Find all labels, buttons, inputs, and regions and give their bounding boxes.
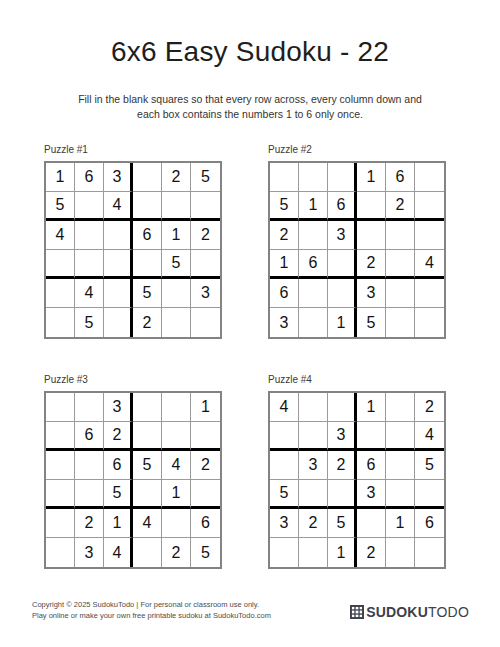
- puzzle-3-cell-r6c2: 3: [75, 538, 104, 567]
- puzzle-4-cell-r5c6: 6: [415, 509, 444, 538]
- puzzle-1-label: Puzzle #1: [44, 144, 222, 155]
- puzzle-4-cell-r1c2: [299, 393, 328, 422]
- puzzle-1-cell-r1c3: 3: [104, 163, 133, 192]
- puzzle-2-cell-r2c1: 5: [270, 192, 299, 221]
- puzzle-1-cell-r6c6: [191, 308, 220, 337]
- instructions-line-2: each box contains the numbers 1 to 6 onl…: [137, 108, 363, 120]
- instructions: Fill in the blank squares so that every …: [0, 92, 500, 122]
- puzzle-1: Puzzle #116325544612545352: [44, 144, 222, 339]
- puzzle-4-cell-r1c1: 4: [270, 393, 299, 422]
- puzzle-3-cell-r4c5: 1: [162, 480, 191, 509]
- puzzle-4-cell-r1c5: [386, 393, 415, 422]
- puzzle-4-cell-r6c1: [270, 538, 299, 567]
- puzzle-1-cell-r2c6: [191, 192, 220, 221]
- puzzle-4-cell-r6c6: [415, 538, 444, 567]
- puzzle-1-cell-r4c3: [104, 250, 133, 279]
- puzzle-2-cell-r3c4: [357, 221, 386, 250]
- puzzle-1-cell-r2c2: [75, 192, 104, 221]
- puzzle-3-cell-r6c1: [46, 538, 75, 567]
- puzzle-2-cell-r5c1: 6: [270, 279, 299, 308]
- puzzle-4-cell-r1c4: 1: [357, 393, 386, 422]
- puzzle-1-cell-r1c4: [133, 163, 162, 192]
- puzzle-3-cell-r2c6: [191, 422, 220, 451]
- puzzle-1-cell-r4c2: [75, 250, 104, 279]
- puzzle-2-cell-r4c4: 2: [357, 250, 386, 279]
- puzzle-3-cell-r4c4: [133, 480, 162, 509]
- puzzle-1-cell-r1c2: 6: [75, 163, 104, 192]
- puzzle-4: Puzzle #4412343265533251612: [268, 374, 446, 569]
- puzzle-3-cell-r3c2: [75, 451, 104, 480]
- puzzle-3-cell-r3c1: [46, 451, 75, 480]
- puzzle-1-cell-r4c6: [191, 250, 220, 279]
- puzzle-1-cell-r4c5: 5: [162, 250, 191, 279]
- puzzle-1-cell-r3c5: 1: [162, 221, 191, 250]
- puzzle-1-cell-r6c3: [104, 308, 133, 337]
- puzzle-2-cell-r6c5: [386, 308, 415, 337]
- puzzle-3-cell-r4c6: [191, 480, 220, 509]
- puzzle-2-cell-r4c3: [328, 250, 357, 279]
- puzzle-1-cell-r6c2: 5: [75, 308, 104, 337]
- puzzle-2-cell-r2c2: 1: [299, 192, 328, 221]
- puzzle-2-cell-r4c2: 6: [299, 250, 328, 279]
- puzzle-4-cell-r1c3: [328, 393, 357, 422]
- puzzle-3-cell-r2c5: [162, 422, 191, 451]
- puzzle-4-cell-r5c4: [357, 509, 386, 538]
- puzzle-4-cell-r4c5: [386, 480, 415, 509]
- puzzle-4-cell-r4c2: [299, 480, 328, 509]
- puzzle-3-cell-r5c2: 2: [75, 509, 104, 538]
- puzzle-4-cell-r2c5: [386, 422, 415, 451]
- puzzle-3-cell-r3c5: 4: [162, 451, 191, 480]
- instructions-line-1: Fill in the blank squares so that every …: [78, 93, 422, 105]
- puzzle-1-cell-r4c4: [133, 250, 162, 279]
- puzzle-1-cell-r5c1: [46, 279, 75, 308]
- puzzle-1-cell-r6c5: [162, 308, 191, 337]
- puzzle-2-cell-r3c3: 3: [328, 221, 357, 250]
- puzzle-3-cell-r6c3: 4: [104, 538, 133, 567]
- puzzle-1-cell-r1c1: 1: [46, 163, 75, 192]
- puzzle-2-cell-r2c4: [357, 192, 386, 221]
- puzzle-2-cell-r5c2: [299, 279, 328, 308]
- sudokutodo-logo: SUDOKUTODO: [350, 604, 469, 620]
- puzzle-3-cell-r4c2: [75, 480, 104, 509]
- puzzle-1-cell-r5c6: 3: [191, 279, 220, 308]
- puzzle-3-cell-r6c5: 2: [162, 538, 191, 567]
- puzzle-1-cell-r2c1: 5: [46, 192, 75, 221]
- puzzle-1-cell-r1c5: 2: [162, 163, 191, 192]
- puzzle-2-cell-r1c1: [270, 163, 299, 192]
- puzzle-1-cell-r5c3: [104, 279, 133, 308]
- puzzle-4-cell-r3c6: 5: [415, 451, 444, 480]
- copyright-line-2: Play online or make your own free printa…: [32, 610, 271, 621]
- puzzle-4-cell-r2c1: [270, 422, 299, 451]
- puzzle-4-cell-r6c4: 2: [357, 538, 386, 567]
- puzzle-2-cell-r5c4: 3: [357, 279, 386, 308]
- puzzle-1-cell-r6c4: 2: [133, 308, 162, 337]
- puzzle-4-cell-r3c1: [270, 451, 299, 480]
- puzzle-2-cell-r2c3: 6: [328, 192, 357, 221]
- puzzle-2-cell-r6c2: [299, 308, 328, 337]
- sudoku-grid-icon: [350, 605, 366, 619]
- puzzle-4-cell-r6c5: [386, 538, 415, 567]
- puzzle-2-cell-r3c5: [386, 221, 415, 250]
- puzzle-3-cell-r1c3: 3: [104, 393, 133, 422]
- puzzle-3-cell-r3c4: 5: [133, 451, 162, 480]
- puzzle-1-cell-r5c2: 4: [75, 279, 104, 308]
- puzzle-3-cell-r4c3: 5: [104, 480, 133, 509]
- puzzle-2-cell-r2c5: 2: [386, 192, 415, 221]
- puzzle-2-cell-r5c5: [386, 279, 415, 308]
- puzzle-2-cell-r1c3: [328, 163, 357, 192]
- puzzle-3-cell-r2c2: 6: [75, 422, 104, 451]
- puzzle-2-cell-r4c6: 4: [415, 250, 444, 279]
- puzzle-1-cell-r5c5: [162, 279, 191, 308]
- puzzle-2-cell-r1c6: [415, 163, 444, 192]
- puzzle-4-cell-r3c4: 6: [357, 451, 386, 480]
- puzzle-4-cell-r2c4: [357, 422, 386, 451]
- puzzle-3-cell-r1c5: [162, 393, 191, 422]
- puzzle-3-cell-r6c4: [133, 538, 162, 567]
- puzzle-2-cell-r4c1: 1: [270, 250, 299, 279]
- puzzle-4-cell-r5c1: 3: [270, 509, 299, 538]
- puzzle-2-cell-r1c5: 6: [386, 163, 415, 192]
- puzzle-3: Puzzle #3316265425121463425: [44, 374, 222, 569]
- puzzle-1-cell-r2c3: 4: [104, 192, 133, 221]
- puzzle-3-cell-r2c1: [46, 422, 75, 451]
- page-title: 6x6 Easy Sudoku - 22: [0, 36, 500, 68]
- puzzle-3-cell-r5c3: 1: [104, 509, 133, 538]
- puzzle-1-cell-r4c1: [46, 250, 75, 279]
- puzzle-1-cell-r5c4: 5: [133, 279, 162, 308]
- puzzle-4-cell-r2c6: 4: [415, 422, 444, 451]
- puzzle-4-cell-r1c6: 2: [415, 393, 444, 422]
- puzzle-4-cell-r4c4: 3: [357, 480, 386, 509]
- puzzle-3-cell-r5c4: 4: [133, 509, 162, 538]
- puzzle-2-cell-r6c6: [415, 308, 444, 337]
- logo-text-sudoku: SUDOKU: [366, 604, 428, 620]
- puzzle-3-cell-r1c6: 1: [191, 393, 220, 422]
- puzzle-3-cell-r4c1: [46, 480, 75, 509]
- puzzle-1-cell-r3c1: 4: [46, 221, 75, 250]
- puzzle-1-cell-r2c5: [162, 192, 191, 221]
- puzzle-2-cell-r5c6: [415, 279, 444, 308]
- puzzle-3-cell-r1c1: [46, 393, 75, 422]
- puzzle-4-cell-r6c3: 1: [328, 538, 357, 567]
- puzzle-4-cell-r2c3: 3: [328, 422, 357, 451]
- puzzle-3-cell-r1c4: [133, 393, 162, 422]
- puzzle-1-cell-r3c4: 6: [133, 221, 162, 250]
- puzzle-2: Puzzle #216516223162463315: [268, 144, 446, 339]
- logo-text-todo: TODO: [428, 604, 469, 620]
- puzzle-3-cell-r2c4: [133, 422, 162, 451]
- puzzle-2-cell-r3c6: [415, 221, 444, 250]
- puzzle-4-cell-r3c5: [386, 451, 415, 480]
- puzzle-4-cell-r2c2: [299, 422, 328, 451]
- puzzle-4-grid: 412343265533251612: [268, 391, 446, 569]
- puzzle-1-cell-r6c1: [46, 308, 75, 337]
- puzzle-2-grid: 16516223162463315: [268, 161, 446, 339]
- puzzle-1-cell-r2c4: [133, 192, 162, 221]
- puzzle-2-cell-r3c2: [299, 221, 328, 250]
- puzzle-2-cell-r2c6: [415, 192, 444, 221]
- puzzle-2-cell-r3c1: 2: [270, 221, 299, 250]
- puzzle-4-cell-r5c5: 1: [386, 509, 415, 538]
- puzzle-4-label: Puzzle #4: [268, 374, 446, 385]
- puzzle-4-cell-r5c3: 5: [328, 509, 357, 538]
- puzzle-4-cell-r3c2: 3: [299, 451, 328, 480]
- puzzle-1-cell-r1c6: 5: [191, 163, 220, 192]
- puzzle-2-cell-r1c2: [299, 163, 328, 192]
- puzzle-4-cell-r4c1: 5: [270, 480, 299, 509]
- puzzle-2-cell-r4c5: [386, 250, 415, 279]
- puzzle-3-cell-r3c3: 6: [104, 451, 133, 480]
- puzzle-2-cell-r5c3: [328, 279, 357, 308]
- puzzle-3-cell-r2c3: 2: [104, 422, 133, 451]
- puzzle-4-cell-r5c2: 2: [299, 509, 328, 538]
- copyright-notice: Copyright © 2025 SudokuTodo | For person…: [32, 599, 271, 622]
- copyright-line-1: Copyright © 2025 SudokuTodo | For person…: [32, 599, 271, 610]
- puzzle-3-cell-r1c2: [75, 393, 104, 422]
- puzzle-3-grid: 316265425121463425: [44, 391, 222, 569]
- puzzle-1-cell-r3c2: [75, 221, 104, 250]
- puzzle-2-cell-r6c1: 3: [270, 308, 299, 337]
- puzzle-2-cell-r1c4: 1: [357, 163, 386, 192]
- puzzle-2-label: Puzzle #2: [268, 144, 446, 155]
- puzzle-2-cell-r6c3: 1: [328, 308, 357, 337]
- puzzle-2-cell-r6c4: 5: [357, 308, 386, 337]
- puzzle-4-cell-r4c6: [415, 480, 444, 509]
- puzzle-4-cell-r6c2: [299, 538, 328, 567]
- puzzle-1-cell-r3c3: [104, 221, 133, 250]
- puzzle-3-cell-r5c5: [162, 509, 191, 538]
- puzzle-4-cell-r3c3: 2: [328, 451, 357, 480]
- puzzle-3-cell-r5c1: [46, 509, 75, 538]
- puzzle-1-grid: 16325544612545352: [44, 161, 222, 339]
- puzzle-3-cell-r6c6: 5: [191, 538, 220, 567]
- puzzle-1-cell-r3c6: 2: [191, 221, 220, 250]
- puzzle-3-cell-r5c6: 6: [191, 509, 220, 538]
- puzzle-3-label: Puzzle #3: [44, 374, 222, 385]
- puzzle-3-cell-r3c6: 2: [191, 451, 220, 480]
- puzzle-4-cell-r4c3: [328, 480, 357, 509]
- printable-sudoku-page: 6x6 Easy Sudoku - 22 Fill in the blank s…: [0, 0, 500, 647]
